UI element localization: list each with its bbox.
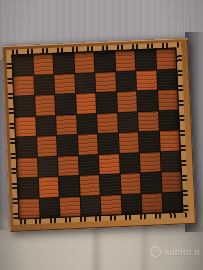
square-r2c8 (157, 69, 177, 89)
chessboard (2, 38, 196, 232)
square-r2c4 (75, 73, 95, 93)
square-r7c7 (141, 172, 161, 192)
square-r6c6 (119, 153, 139, 173)
square-r3c2 (35, 95, 55, 115)
square-r6c8 (160, 151, 180, 171)
square-r4c1 (15, 116, 35, 136)
square-r6c4 (78, 155, 98, 175)
square-r5c6 (118, 132, 138, 152)
square-r8c3 (60, 196, 80, 216)
square-r5c2 (37, 136, 57, 156)
square-r2c7 (136, 70, 156, 90)
square-r5c5 (98, 133, 118, 153)
square-r7c4 (79, 175, 99, 195)
square-r8c5 (101, 195, 121, 215)
square-r5c7 (139, 131, 159, 151)
board-grid (11, 48, 183, 220)
square-r6c1 (17, 157, 37, 177)
square-r3c7 (137, 90, 157, 110)
listing-photo: › subito.it (0, 0, 203, 270)
square-r6c7 (140, 152, 160, 172)
square-r3c3 (55, 94, 75, 114)
square-r8c8 (162, 192, 182, 212)
square-r8c4 (80, 196, 100, 216)
square-r4c6 (118, 112, 138, 132)
square-r3c5 (96, 92, 116, 112)
square-r4c4 (77, 114, 97, 134)
square-r4c3 (56, 115, 76, 135)
square-r2c2 (34, 74, 54, 94)
square-r7c6 (120, 173, 140, 193)
square-r5c3 (57, 135, 77, 155)
square-r1c5 (94, 51, 114, 71)
square-r1c1 (12, 55, 32, 75)
square-r8c2 (39, 197, 59, 217)
square-r7c2 (38, 177, 58, 197)
square-r2c3 (54, 74, 74, 94)
square-r2c5 (95, 72, 115, 92)
square-r1c4 (74, 52, 94, 72)
square-r2c1 (13, 75, 33, 95)
square-r4c2 (36, 115, 56, 135)
watermark-text: subito.it (164, 247, 200, 257)
square-r8c7 (142, 193, 162, 213)
square-r1c3 (53, 53, 73, 73)
square-r3c8 (158, 90, 178, 110)
square-r8c6 (121, 194, 141, 214)
square-r4c8 (159, 110, 179, 130)
square-r7c1 (18, 178, 38, 198)
square-r3c4 (76, 93, 96, 113)
subito-logo-icon: › (150, 246, 161, 257)
square-r3c6 (117, 91, 137, 111)
square-r6c2 (37, 156, 57, 176)
square-r5c8 (159, 131, 179, 151)
square-r4c7 (138, 111, 158, 131)
square-r6c5 (99, 154, 119, 174)
square-r1c2 (33, 54, 53, 74)
watermark: › subito.it (150, 246, 200, 257)
square-r3c1 (14, 96, 34, 116)
square-r1c8 (156, 49, 176, 69)
square-r5c1 (16, 137, 36, 157)
square-r1c6 (115, 50, 135, 70)
square-r2c6 (116, 71, 136, 91)
square-r1c7 (135, 49, 155, 69)
square-r5c4 (77, 134, 97, 154)
square-r6c3 (58, 155, 78, 175)
square-r7c3 (59, 176, 79, 196)
square-r4c5 (97, 113, 117, 133)
square-r7c8 (161, 171, 181, 191)
square-r7c5 (100, 174, 120, 194)
square-r8c1 (19, 198, 39, 218)
